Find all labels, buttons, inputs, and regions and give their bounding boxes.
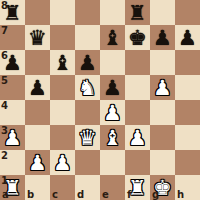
square-d3[interactable]: ♛: [75, 125, 100, 150]
square-e7[interactable]: ♝: [100, 25, 125, 50]
white-pawn[interactable]: ♟: [125, 125, 150, 150]
black-pawn[interactable]: ♟: [175, 25, 200, 50]
square-h8[interactable]: [175, 0, 200, 25]
white-pawn[interactable]: ♟: [25, 150, 50, 175]
square-b4[interactable]: [25, 100, 50, 125]
square-h5[interactable]: [175, 75, 200, 100]
square-g8[interactable]: [150, 0, 175, 25]
square-a2[interactable]: 2: [0, 150, 25, 175]
square-a1[interactable]: 1a♜: [0, 175, 25, 200]
square-c2[interactable]: ♟: [50, 150, 75, 175]
white-bishop[interactable]: ♝: [100, 125, 125, 150]
square-e2[interactable]: [100, 150, 125, 175]
square-b5[interactable]: ♟: [25, 75, 50, 100]
square-d1[interactable]: d: [75, 175, 100, 200]
square-c1[interactable]: c: [50, 175, 75, 200]
square-e1[interactable]: e: [100, 175, 125, 200]
square-h1[interactable]: h: [175, 175, 200, 200]
square-a3[interactable]: 3♟: [0, 125, 25, 150]
square-f3[interactable]: ♟: [125, 125, 150, 150]
square-a4[interactable]: 4: [0, 100, 25, 125]
square-d2[interactable]: [75, 150, 100, 175]
black-rook[interactable]: ♜: [125, 0, 150, 25]
black-king[interactable]: ♚: [125, 25, 150, 50]
file-label-a: a: [2, 190, 9, 200]
square-h7[interactable]: ♟: [175, 25, 200, 50]
white-pawn[interactable]: ♟: [150, 75, 175, 100]
square-a7[interactable]: 7: [0, 25, 25, 50]
rank-label-8: 8: [1, 1, 8, 11]
square-a6[interactable]: 6♟: [0, 50, 25, 75]
square-e5[interactable]: ♟: [100, 75, 125, 100]
square-f4[interactable]: [125, 100, 150, 125]
square-g6[interactable]: [150, 50, 175, 75]
square-b8[interactable]: [25, 0, 50, 25]
square-h6[interactable]: [175, 50, 200, 75]
square-b1[interactable]: b: [25, 175, 50, 200]
square-e4[interactable]: ♟: [100, 100, 125, 125]
black-pawn[interactable]: ♟: [25, 75, 50, 100]
square-f6[interactable]: [125, 50, 150, 75]
rank-label-6: 6: [1, 51, 8, 61]
white-pawn[interactable]: ♟: [50, 150, 75, 175]
white-queen[interactable]: ♛: [75, 125, 100, 150]
square-d7[interactable]: [75, 25, 100, 50]
chess-board: 8♜♜7♛♝♚♟♟6♟♝♟5♟♞♟♟4♟3♟♛♝♟2♟♟1a♜bcdef♜g♚h: [0, 0, 200, 200]
file-label-h: h: [177, 190, 184, 200]
square-d4[interactable]: [75, 100, 100, 125]
black-bishop[interactable]: ♝: [50, 50, 75, 75]
white-pawn[interactable]: ♟: [100, 100, 125, 125]
square-b3[interactable]: [25, 125, 50, 150]
white-knight[interactable]: ♞: [75, 75, 100, 100]
square-f2[interactable]: [125, 150, 150, 175]
rank-label-3: 3: [1, 126, 8, 136]
square-d5[interactable]: ♞: [75, 75, 100, 100]
black-pawn[interactable]: ♟: [150, 25, 175, 50]
square-g5[interactable]: ♟: [150, 75, 175, 100]
square-g7[interactable]: ♟: [150, 25, 175, 50]
square-b7[interactable]: ♛: [25, 25, 50, 50]
file-label-b: b: [27, 190, 34, 200]
file-label-f: f: [127, 190, 131, 200]
square-d6[interactable]: ♟: [75, 50, 100, 75]
square-d8[interactable]: [75, 0, 100, 25]
square-h4[interactable]: [175, 100, 200, 125]
file-label-g: g: [152, 190, 159, 200]
square-b2[interactable]: ♟: [25, 150, 50, 175]
square-c5[interactable]: [50, 75, 75, 100]
square-c3[interactable]: [50, 125, 75, 150]
square-e3[interactable]: ♝: [100, 125, 125, 150]
square-f7[interactable]: ♚: [125, 25, 150, 50]
square-g4[interactable]: [150, 100, 175, 125]
black-queen[interactable]: ♛: [25, 25, 50, 50]
black-pawn[interactable]: ♟: [75, 50, 100, 75]
square-e6[interactable]: [100, 50, 125, 75]
rank-label-1: 1: [1, 176, 8, 186]
square-g3[interactable]: [150, 125, 175, 150]
rank-label-2: 2: [1, 151, 8, 161]
square-h2[interactable]: [175, 150, 200, 175]
square-g2[interactable]: [150, 150, 175, 175]
square-f8[interactable]: ♜: [125, 0, 150, 25]
square-f1[interactable]: f♜: [125, 175, 150, 200]
file-label-e: e: [102, 190, 109, 200]
square-a5[interactable]: 5: [0, 75, 25, 100]
square-e8[interactable]: [100, 0, 125, 25]
square-c6[interactable]: ♝: [50, 50, 75, 75]
rank-label-4: 4: [1, 101, 8, 111]
square-b6[interactable]: [25, 50, 50, 75]
black-pawn[interactable]: ♟: [100, 75, 125, 100]
square-c4[interactable]: [50, 100, 75, 125]
rank-label-7: 7: [1, 26, 8, 36]
file-label-d: d: [77, 190, 84, 200]
square-c8[interactable]: [50, 0, 75, 25]
file-label-c: c: [52, 190, 58, 200]
square-c7[interactable]: [50, 25, 75, 50]
square-f5[interactable]: [125, 75, 150, 100]
square-g1[interactable]: g♚: [150, 175, 175, 200]
square-a8[interactable]: 8♜: [0, 0, 25, 25]
square-h3[interactable]: [175, 125, 200, 150]
black-bishop[interactable]: ♝: [100, 25, 125, 50]
rank-label-5: 5: [1, 76, 8, 86]
